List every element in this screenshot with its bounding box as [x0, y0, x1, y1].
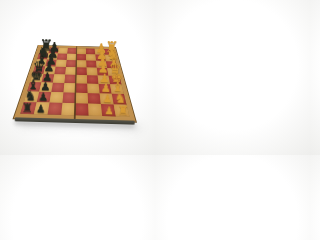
black-pawn: ♟	[48, 40, 58, 53]
black-rook: ♜	[20, 101, 34, 114]
square-r4c1: ♟	[41, 74, 54, 83]
square-r5c2	[51, 83, 64, 93]
square-r5c7: ♝	[110, 84, 124, 94]
black-pawn: ♟	[34, 103, 48, 114]
square-r6c2	[50, 92, 64, 103]
black-pawn: ♟	[37, 91, 50, 103]
square-r7c2	[48, 103, 63, 115]
white-bishop: ♝	[112, 80, 124, 94]
square-r3c2	[54, 67, 66, 75]
white-pawn: ♟	[102, 105, 116, 116]
white-rook: ♜	[116, 104, 130, 117]
square-r6c7: ♞	[112, 94, 127, 105]
square-r4c4	[76, 75, 87, 84]
chess-board: ♜♟♟♜♞♟♟♞♝♟♟♝♛♟♟♛♚♟♟♚♝♟♟♝♞♟♟♞♜♟♟♜	[14, 45, 136, 121]
square-r3c7: ♛	[107, 68, 119, 76]
square-r6c4	[75, 93, 88, 104]
square-r6c5	[88, 93, 101, 104]
black-rook: ♜	[39, 38, 49, 53]
square-r4c7: ♚	[109, 76, 122, 85]
square-r4c2	[53, 74, 65, 83]
black-knight: ♞	[24, 89, 37, 103]
photo-background: ♜♟♟♜♞♟♟♞♝♟♟♝♛♟♟♛♚♟♟♚♝♟♟♝♞♟♟♞♜♟♟♜	[0, 0, 155, 155]
square-r5c4	[76, 83, 88, 93]
square-r7c7: ♜	[114, 104, 130, 116]
square-r7c5	[88, 104, 102, 116]
white-rook: ♜	[105, 40, 115, 55]
white-knight: ♞	[114, 91, 127, 105]
black-pawn: ♟	[39, 80, 51, 92]
board-scene: ♜♟♟♜♞♟♟♞♝♟♟♝♛♟♟♛♚♟♟♚♝♟♟♝♞♟♟♞♜♟♟♜	[13, 0, 139, 155]
square-r7c1: ♟	[34, 102, 50, 114]
square-r7c4	[75, 103, 89, 115]
